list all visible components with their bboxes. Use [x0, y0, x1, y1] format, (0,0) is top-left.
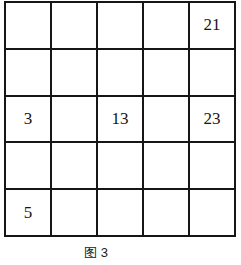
grid-cell-r1c4[interactable] [144, 3, 188, 48]
grid-cell-r1c5[interactable]: 21 [190, 3, 234, 48]
grid-cell-r3c4[interactable] [144, 97, 188, 142]
grid-cell-r1c3[interactable] [98, 3, 142, 48]
grid-cell-r5c3[interactable] [98, 190, 142, 235]
grid-cell-r2c3[interactable] [98, 50, 142, 95]
grid-cell-r5c5[interactable] [190, 190, 234, 235]
grid-cell-r2c5[interactable] [190, 50, 234, 95]
puzzle-grid: 21313235 [4, 1, 236, 237]
grid-cell-r4c2[interactable] [52, 143, 96, 188]
grid-cell-r1c2[interactable] [52, 3, 96, 48]
grid-cell-r4c5[interactable] [190, 143, 234, 188]
grid-cell-r1c1[interactable] [6, 3, 50, 48]
grid-cell-r4c1[interactable] [6, 143, 50, 188]
grid-cell-r5c2[interactable] [52, 190, 96, 235]
grid-cell-r5c1[interactable]: 5 [6, 190, 50, 235]
grid-cell-r5c4[interactable] [144, 190, 188, 235]
figure-caption: 图 3 [0, 244, 192, 262]
grid-cell-r3c3[interactable]: 13 [98, 97, 142, 142]
grid-cell-r2c1[interactable] [6, 50, 50, 95]
grid-cell-r3c5[interactable]: 23 [190, 97, 234, 142]
grid-cell-r3c1[interactable]: 3 [6, 97, 50, 142]
grid-cell-r4c3[interactable] [98, 143, 142, 188]
grid-cell-r4c4[interactable] [144, 143, 188, 188]
grid-cell-r3c2[interactable] [52, 97, 96, 142]
grid-cell-r2c4[interactable] [144, 50, 188, 95]
puzzle-figure: 21313235 图 3 [0, 0, 241, 265]
grid-cell-r2c2[interactable] [52, 50, 96, 95]
